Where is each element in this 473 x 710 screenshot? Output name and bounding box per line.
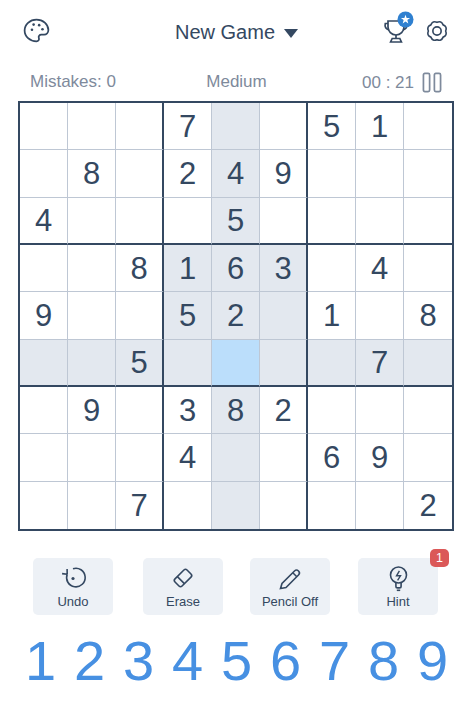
undo-button[interactable]: Undo bbox=[33, 558, 113, 615]
cell-r8c2[interactable] bbox=[68, 434, 116, 481]
cell-r9c8[interactable] bbox=[356, 482, 404, 529]
cell-r7c1[interactable] bbox=[20, 387, 68, 434]
cell-r4c9[interactable] bbox=[404, 245, 452, 292]
cell-r5c2[interactable] bbox=[68, 292, 116, 339]
hint-label: Hint bbox=[386, 594, 409, 609]
cell-r2c7[interactable] bbox=[308, 150, 356, 197]
status-bar: Mistakes: 0 Medium 00 : 21 bbox=[0, 72, 473, 94]
cell-r9c1[interactable] bbox=[20, 482, 68, 529]
cell-r2c2[interactable]: 8 bbox=[68, 150, 116, 197]
cell-r3c9[interactable] bbox=[404, 198, 452, 245]
cell-r8c5[interactable] bbox=[212, 434, 260, 481]
cell-r6c2[interactable] bbox=[68, 340, 116, 387]
cell-r1c2[interactable] bbox=[68, 103, 116, 150]
cell-r8c3[interactable] bbox=[116, 434, 164, 481]
numpad-key-7[interactable]: 7 bbox=[310, 633, 359, 689]
timer: 00 : 21 bbox=[362, 73, 414, 93]
cell-r3c8[interactable] bbox=[356, 198, 404, 245]
cell-r1c1[interactable] bbox=[20, 103, 68, 150]
cell-r9c7[interactable] bbox=[308, 482, 356, 529]
cell-r4c7[interactable] bbox=[308, 245, 356, 292]
pencil-toggle-button[interactable]: Pencil Off bbox=[250, 558, 330, 615]
numpad-key-8[interactable]: 8 bbox=[359, 633, 408, 689]
numpad-key-5[interactable]: 5 bbox=[212, 633, 261, 689]
cell-r4c3[interactable]: 8 bbox=[116, 245, 164, 292]
cell-r2c6[interactable]: 9 bbox=[260, 150, 308, 197]
cell-r9c4[interactable] bbox=[164, 482, 212, 529]
eraser-icon bbox=[168, 564, 198, 592]
cell-r7c2[interactable]: 9 bbox=[68, 387, 116, 434]
cell-r5c5[interactable]: 2 bbox=[212, 292, 260, 339]
cell-r3c3[interactable] bbox=[116, 198, 164, 245]
cell-r8c4[interactable]: 4 bbox=[164, 434, 212, 481]
cell-r7c6[interactable]: 2 bbox=[260, 387, 308, 434]
cell-r6c9[interactable] bbox=[404, 340, 452, 387]
hint-button[interactable]: Hint 1 bbox=[358, 558, 438, 615]
cell-r8c1[interactable] bbox=[20, 434, 68, 481]
cell-r6c6[interactable] bbox=[260, 340, 308, 387]
cell-r6c8[interactable]: 7 bbox=[356, 340, 404, 387]
cell-r7c5[interactable]: 8 bbox=[212, 387, 260, 434]
pencil-label: Pencil Off bbox=[262, 594, 318, 609]
cell-r8c7[interactable]: 6 bbox=[308, 434, 356, 481]
undo-icon bbox=[59, 564, 87, 592]
cell-r3c6[interactable] bbox=[260, 198, 308, 245]
cell-r2c9[interactable] bbox=[404, 150, 452, 197]
cell-r4c8[interactable]: 4 bbox=[356, 245, 404, 292]
lightbulb-icon bbox=[385, 564, 412, 593]
cell-r4c2[interactable] bbox=[68, 245, 116, 292]
cell-r7c7[interactable] bbox=[308, 387, 356, 434]
caret-down-icon bbox=[284, 29, 298, 38]
cell-r8c8[interactable]: 9 bbox=[356, 434, 404, 481]
cell-r7c3[interactable] bbox=[116, 387, 164, 434]
undo-label: Undo bbox=[57, 594, 88, 609]
cell-r8c6[interactable] bbox=[260, 434, 308, 481]
cell-r3c5[interactable]: 5 bbox=[212, 198, 260, 245]
cell-r4c5[interactable]: 6 bbox=[212, 245, 260, 292]
cell-r6c7[interactable] bbox=[308, 340, 356, 387]
erase-label: Erase bbox=[166, 594, 200, 609]
cell-r2c4[interactable]: 2 bbox=[164, 150, 212, 197]
cell-r3c2[interactable] bbox=[68, 198, 116, 245]
cell-r2c3[interactable] bbox=[116, 150, 164, 197]
sudoku-board: 751824945816349521857938246972 bbox=[18, 101, 454, 531]
cell-r5c8[interactable] bbox=[356, 292, 404, 339]
cell-r4c4[interactable]: 1 bbox=[164, 245, 212, 292]
cell-r7c4[interactable]: 3 bbox=[164, 387, 212, 434]
cell-r5c7[interactable]: 1 bbox=[308, 292, 356, 339]
cell-r5c9[interactable]: 8 bbox=[404, 292, 452, 339]
settings-gear-icon[interactable] bbox=[424, 18, 450, 44]
cell-r8c9[interactable] bbox=[404, 434, 452, 481]
cell-r1c8[interactable]: 1 bbox=[356, 103, 404, 150]
pencil-icon bbox=[275, 564, 305, 592]
cell-r5c3[interactable] bbox=[116, 292, 164, 339]
erase-button[interactable]: Erase bbox=[143, 558, 223, 615]
numpad-key-4[interactable]: 4 bbox=[163, 633, 212, 689]
hint-badge: 1 bbox=[430, 549, 449, 567]
cell-r4c6[interactable]: 3 bbox=[260, 245, 308, 292]
numpad-key-6[interactable]: 6 bbox=[261, 633, 310, 689]
cell-r7c8[interactable] bbox=[356, 387, 404, 434]
cell-r9c5[interactable] bbox=[212, 482, 260, 529]
cell-r1c3[interactable] bbox=[116, 103, 164, 150]
cell-r1c9[interactable] bbox=[404, 103, 452, 150]
cell-r2c1[interactable] bbox=[20, 150, 68, 197]
cell-r9c9[interactable]: 2 bbox=[404, 482, 452, 529]
cell-r4c1[interactable] bbox=[20, 245, 68, 292]
cell-r3c7[interactable] bbox=[308, 198, 356, 245]
cell-r2c8[interactable] bbox=[356, 150, 404, 197]
cell-r3c4[interactable] bbox=[164, 198, 212, 245]
pause-icon[interactable] bbox=[422, 72, 442, 93]
cell-r1c4[interactable]: 7 bbox=[164, 103, 212, 150]
cell-r9c2[interactable] bbox=[68, 482, 116, 529]
cell-r5c6[interactable] bbox=[260, 292, 308, 339]
number-pad: 123456789 bbox=[16, 633, 457, 689]
numpad-key-3[interactable]: 3 bbox=[114, 633, 163, 689]
numpad-key-1[interactable]: 1 bbox=[16, 633, 65, 689]
cell-r3c1[interactable]: 4 bbox=[20, 198, 68, 245]
sudoku-app: New Game Mistakes: 0 Medium 00 : 21 bbox=[0, 0, 473, 710]
numpad-key-2[interactable]: 2 bbox=[65, 633, 114, 689]
cell-r5c4[interactable]: 5 bbox=[164, 292, 212, 339]
cell-r6c1[interactable] bbox=[20, 340, 68, 387]
cell-r6c5[interactable] bbox=[212, 340, 260, 387]
cell-r1c7[interactable]: 5 bbox=[308, 103, 356, 150]
cell-r5c1[interactable]: 9 bbox=[20, 292, 68, 339]
cell-r6c4[interactable] bbox=[164, 340, 212, 387]
cell-r9c3[interactable]: 7 bbox=[116, 482, 164, 529]
page-title: New Game bbox=[175, 21, 275, 44]
cell-r9c6[interactable] bbox=[260, 482, 308, 529]
trophy-icon[interactable] bbox=[378, 11, 414, 48]
cell-r2c5[interactable]: 4 bbox=[212, 150, 260, 197]
cell-r7c9[interactable] bbox=[404, 387, 452, 434]
cell-r6c3[interactable]: 5 bbox=[116, 340, 164, 387]
cell-r1c5[interactable] bbox=[212, 103, 260, 150]
cell-r1c6[interactable] bbox=[260, 103, 308, 150]
numpad-key-9[interactable]: 9 bbox=[408, 633, 457, 689]
